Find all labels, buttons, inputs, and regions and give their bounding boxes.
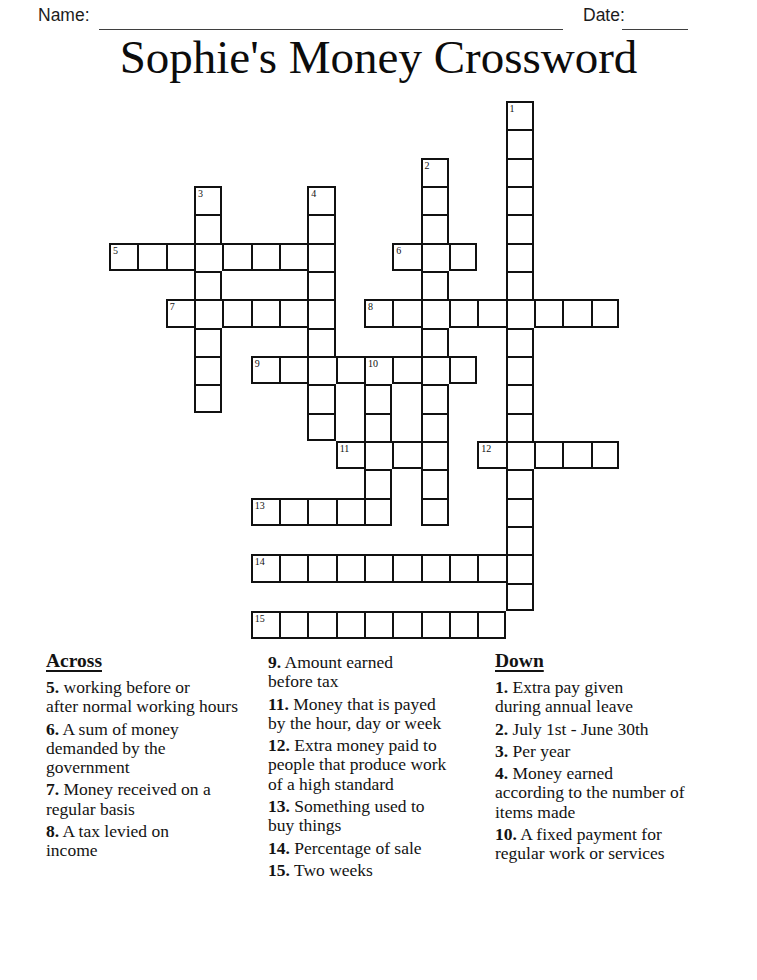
crossword-cell[interactable]: 12 — [477, 441, 505, 469]
crossword-cell[interactable] — [449, 611, 477, 639]
crossword-cell[interactable] — [449, 554, 477, 582]
name-input-line[interactable] — [99, 7, 563, 30]
clue-line: 6. A sum of money — [46, 720, 282, 739]
clue-5-across: 5. working before orafter normal working… — [46, 678, 282, 717]
clue-line: 10. A fixed payment for — [495, 825, 725, 844]
crossword-cell[interactable] — [506, 158, 534, 186]
crossword-cell[interactable] — [449, 356, 477, 384]
crossword-cell[interactable] — [392, 441, 420, 469]
crossword-cell[interactable] — [307, 271, 335, 299]
crossword-cell[interactable] — [194, 356, 222, 384]
clue-number: 9. — [268, 652, 281, 672]
crossword-cell[interactable] — [506, 554, 534, 582]
crossword-cell[interactable] — [392, 611, 420, 639]
clue-line: demanded by the — [46, 739, 282, 758]
clue-line: 9. Amount earned — [268, 653, 490, 672]
crossword-cell[interactable] — [477, 299, 505, 327]
clue-line: 2. July 1st - June 30th — [495, 720, 725, 739]
crossword-cell[interactable] — [137, 243, 165, 271]
crossword-cell[interactable] — [307, 498, 335, 526]
down-heading: Down — [495, 650, 725, 672]
crossword-cell[interactable] — [506, 356, 534, 384]
crossword-cell[interactable] — [506, 186, 534, 214]
clue-4-down: 4. Money earnedaccording to the number o… — [495, 764, 725, 822]
crossword-cell[interactable] — [506, 526, 534, 554]
crossword-cell[interactable] — [364, 384, 392, 412]
clue-number-label: 8 — [368, 301, 373, 312]
clue-line: 7. Money received on a — [46, 780, 282, 799]
clue-9-across: 9. Amount earnedbefore tax — [268, 653, 490, 692]
across-clues-column-2: 9. Amount earnedbefore tax11. Money that… — [268, 653, 490, 883]
crossword-cell[interactable] — [421, 243, 449, 271]
crossword-cell[interactable] — [562, 299, 590, 327]
clue-line: after normal working hours — [46, 697, 282, 716]
clue-number-label: 14 — [255, 556, 265, 567]
crossword-cell[interactable] — [421, 299, 449, 327]
clue-line: before tax — [268, 672, 490, 691]
clue-line: 1. Extra pay given — [495, 678, 725, 697]
clue-number: 5. — [46, 677, 59, 697]
crossword-cell[interactable] — [336, 554, 364, 582]
date-label: Date: — [583, 5, 625, 26]
clue-line: according to the number of — [495, 783, 725, 802]
crossword-cell[interactable] — [421, 611, 449, 639]
crossword-cell[interactable] — [506, 243, 534, 271]
clue-line: people that produce work — [268, 755, 490, 774]
crossword-cell[interactable]: 15 — [251, 611, 279, 639]
clue-1-down: 1. Extra pay givenduring annual leave — [495, 678, 725, 717]
clue-number: 12. — [268, 735, 290, 755]
crossword-cell[interactable] — [336, 356, 364, 384]
crossword-cell[interactable] — [506, 129, 534, 157]
crossword-cell[interactable]: 4 — [307, 186, 335, 214]
crossword-cell[interactable] — [222, 243, 250, 271]
crossword-cell[interactable] — [364, 441, 392, 469]
crossword-cell[interactable] — [421, 413, 449, 441]
clue-line: 14. Percentage of sale — [268, 839, 490, 858]
clue-number-label: 4 — [311, 188, 316, 199]
crossword-cell[interactable] — [279, 356, 307, 384]
crossword-cell[interactable]: 10 — [364, 356, 392, 384]
crossword-cell[interactable] — [194, 328, 222, 356]
clue-number: 13. — [268, 796, 290, 816]
clue-line: items made — [495, 803, 725, 822]
crossword-cell[interactable] — [421, 498, 449, 526]
clue-number-label: 12 — [481, 443, 491, 454]
clue-number-label: 13 — [255, 500, 265, 511]
crossword-cell[interactable] — [421, 384, 449, 412]
clue-13-across: 13. Something used tobuy things — [268, 797, 490, 836]
clue-number: 10. — [495, 824, 517, 844]
crossword-cell[interactable] — [506, 214, 534, 242]
crossword-cell[interactable] — [421, 554, 449, 582]
clue-number-label: 6 — [396, 245, 401, 256]
crossword-cell[interactable] — [364, 554, 392, 582]
clue-3-down: 3. Per year — [495, 742, 725, 761]
clue-line: by the hour, day or week — [268, 714, 490, 733]
clue-number: 7. — [46, 779, 59, 799]
clue-6-across: 6. A sum of moneydemanded by thegovernme… — [46, 720, 282, 778]
crossword-cell[interactable] — [194, 384, 222, 412]
clue-number-label: 5 — [113, 245, 118, 256]
clue-number: 6. — [46, 719, 59, 739]
crossword-cell[interactable]: 14 — [251, 554, 279, 582]
crossword-cell[interactable] — [506, 384, 534, 412]
crossword-cell[interactable] — [279, 299, 307, 327]
clue-line: 3. Per year — [495, 742, 725, 761]
crossword-cell[interactable] — [421, 356, 449, 384]
clue-14-across: 14. Percentage of sale — [268, 839, 490, 858]
crossword-cell[interactable] — [534, 299, 562, 327]
clue-number-label: 15 — [255, 613, 265, 624]
clue-number: 4. — [495, 763, 508, 783]
clue-number-label: 2 — [425, 160, 430, 171]
clue-15-across: 15. Two weeks — [268, 861, 490, 880]
crossword-cell[interactable] — [449, 299, 477, 327]
crossword-cell[interactable] — [307, 299, 335, 327]
crossword-cell[interactable] — [307, 356, 335, 384]
crossword-cell[interactable]: 7 — [166, 299, 194, 327]
crossword-cell[interactable] — [194, 243, 222, 271]
crossword-cell[interactable] — [307, 328, 335, 356]
crossword-cell[interactable] — [421, 271, 449, 299]
crossword-cell[interactable] — [194, 271, 222, 299]
crossword-cell[interactable] — [251, 299, 279, 327]
clue-line: income — [46, 841, 282, 860]
clue-line: during annual leave — [495, 697, 725, 716]
clue-12-across: 12. Extra money paid topeople that produ… — [268, 736, 490, 794]
down-clues-column: Down 1. Extra pay givenduring annual lea… — [495, 650, 725, 867]
crossword-cell[interactable] — [194, 299, 222, 327]
clue-number: 8. — [46, 821, 59, 841]
clue-8-across: 8. A tax levied onincome — [46, 822, 282, 861]
crossword-cell[interactable]: 13 — [251, 498, 279, 526]
crossword-cell[interactable] — [279, 498, 307, 526]
crossword-cell[interactable] — [392, 299, 420, 327]
crossword-cell[interactable] — [591, 299, 619, 327]
crossword-cell[interactable]: 8 — [364, 299, 392, 327]
crossword-cell[interactable] — [336, 498, 364, 526]
crossword-cell[interactable] — [307, 243, 335, 271]
crossword-cell[interactable]: 5 — [109, 243, 137, 271]
crossword-cell[interactable]: 6 — [392, 243, 420, 271]
clue-line: of a high standard — [268, 775, 490, 794]
clue-line: buy things — [268, 816, 490, 835]
clue-number-label: 1 — [510, 103, 515, 114]
crossword-cell[interactable] — [449, 243, 477, 271]
clue-line: 5. working before or — [46, 678, 282, 697]
worksheet-page: Name: Date: Sophie's Money Crossword 123… — [0, 0, 757, 980]
crossword-cell[interactable] — [364, 413, 392, 441]
clue-number-label: 3 — [198, 188, 203, 199]
crossword-cell[interactable] — [506, 413, 534, 441]
crossword-grid: 123456789101112131415 — [109, 101, 619, 639]
crossword-cell[interactable] — [506, 328, 534, 356]
crossword-cell[interactable] — [562, 441, 590, 469]
crossword-cell[interactable] — [392, 356, 420, 384]
crossword-cell[interactable] — [506, 441, 534, 469]
clue-line: regular basis — [46, 800, 282, 819]
clue-number: 1. — [495, 677, 508, 697]
page-title: Sophie's Money Crossword — [0, 30, 757, 84]
crossword-cell[interactable] — [222, 299, 250, 327]
crossword-cell[interactable] — [506, 271, 534, 299]
crossword-cell[interactable]: 3 — [194, 186, 222, 214]
clue-number: 3. — [495, 741, 508, 761]
clue-number: 11. — [268, 694, 289, 714]
crossword-cell[interactable] — [477, 611, 505, 639]
across-clues-list-2: 9. Amount earnedbefore tax11. Money that… — [268, 653, 490, 880]
crossword-cell[interactable]: 11 — [336, 441, 364, 469]
clue-number-label: 9 — [255, 358, 260, 369]
clue-number: 2. — [495, 719, 508, 739]
crossword-cell[interactable] — [364, 469, 392, 497]
across-clues-column: Across 5. working before orafter normal … — [46, 650, 282, 864]
clue-2-down: 2. July 1st - June 30th — [495, 720, 725, 739]
crossword-cell[interactable] — [307, 384, 335, 412]
across-heading: Across — [46, 650, 282, 672]
crossword-cell[interactable] — [307, 214, 335, 242]
crossword-cell[interactable] — [364, 611, 392, 639]
crossword-cell[interactable] — [477, 554, 505, 582]
crossword-cell[interactable] — [307, 413, 335, 441]
crossword-cell[interactable] — [421, 441, 449, 469]
crossword-cell[interactable] — [421, 214, 449, 242]
clue-line: regular work or services — [495, 844, 725, 863]
down-clues-list: 1. Extra pay givenduring annual leave2. … — [495, 678, 725, 864]
crossword-cell[interactable] — [194, 214, 222, 242]
crossword-cell[interactable] — [279, 554, 307, 582]
crossword-cell[interactable] — [534, 441, 562, 469]
crossword-cell[interactable] — [421, 328, 449, 356]
crossword-cell[interactable]: 1 — [506, 101, 534, 129]
crossword-cell[interactable] — [506, 469, 534, 497]
crossword-cell[interactable] — [307, 611, 335, 639]
crossword-cell[interactable] — [166, 243, 194, 271]
clue-number-label: 10 — [368, 358, 378, 369]
clue-10-down: 10. A fixed payment forregular work or s… — [495, 825, 725, 864]
crossword-cell[interactable] — [506, 498, 534, 526]
crossword-cell[interactable] — [591, 441, 619, 469]
crossword-cell[interactable] — [307, 554, 335, 582]
crossword-cell[interactable] — [392, 554, 420, 582]
clue-number: 14. — [268, 838, 290, 858]
crossword-cell[interactable] — [421, 469, 449, 497]
crossword-cell[interactable] — [364, 498, 392, 526]
crossword-cell[interactable]: 2 — [421, 158, 449, 186]
crossword-cell[interactable] — [421, 186, 449, 214]
crossword-cell[interactable] — [279, 243, 307, 271]
clue-line: 13. Something used to — [268, 797, 490, 816]
name-label: Name: — [38, 5, 90, 26]
clue-7-across: 7. Money received on aregular basis — [46, 780, 282, 819]
clue-number-label: 7 — [170, 301, 175, 312]
clue-line: 11. Money that is payed — [268, 695, 490, 714]
clue-line: 15. Two weeks — [268, 861, 490, 880]
clue-line: government — [46, 758, 282, 777]
clue-11-across: 11. Money that is payedby the hour, day … — [268, 695, 490, 734]
clue-line: 8. A tax levied on — [46, 822, 282, 841]
crossword-cell[interactable] — [506, 583, 534, 611]
crossword-cell[interactable]: 9 — [251, 356, 279, 384]
clue-number: 15. — [268, 860, 290, 880]
date-input-line[interactable] — [622, 7, 688, 30]
crossword-cell[interactable] — [251, 243, 279, 271]
clue-line: 12. Extra money paid to — [268, 736, 490, 755]
across-clues-list-1: 5. working before orafter normal working… — [46, 678, 282, 861]
crossword-cell[interactable] — [506, 299, 534, 327]
clue-line: 4. Money earned — [495, 764, 725, 783]
crossword-cell[interactable] — [279, 611, 307, 639]
crossword-cell[interactable] — [336, 611, 364, 639]
clue-number-label: 11 — [340, 443, 350, 454]
